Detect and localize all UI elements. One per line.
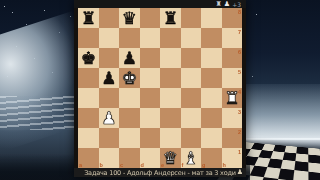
- square-h4[interactable]: 4♜: [222, 88, 243, 108]
- square-d1[interactable]: d: [140, 148, 161, 168]
- square-g5[interactable]: [201, 68, 222, 88]
- captured-rook-icon: ♜: [216, 1, 222, 8]
- wave-right: [242, 84, 320, 140]
- rank-label-8: 8: [238, 9, 241, 15]
- caption-bar: Задача 100 - Адольф Андерсен - мат за 3 …: [74, 168, 246, 177]
- black-rook[interactable]: ♜: [160, 8, 181, 28]
- square-d8[interactable]: [140, 8, 161, 28]
- square-a8[interactable]: ♜: [78, 8, 99, 28]
- square-d3[interactable]: [140, 108, 161, 128]
- square-e8[interactable]: ♜: [160, 8, 181, 28]
- square-a3[interactable]: [78, 108, 99, 128]
- rank-label-2: 2: [238, 129, 241, 135]
- black-rook[interactable]: ♜: [78, 8, 99, 28]
- square-e1[interactable]: e♛: [160, 148, 181, 168]
- square-e5[interactable]: [160, 68, 181, 88]
- square-d4[interactable]: [140, 88, 161, 108]
- square-f3[interactable]: [181, 108, 202, 128]
- stars: [4, 6, 5, 7]
- square-h3[interactable]: 3: [222, 108, 243, 128]
- chess-board: ♜♛♜87♚♟6♟♚54♜♟32abcde♛f♝g1h: [78, 8, 242, 168]
- material-bar: ♜ ♟ +3: [74, 0, 246, 8]
- square-c6[interactable]: ♟: [119, 48, 140, 68]
- square-g1[interactable]: g: [201, 148, 222, 168]
- square-b1[interactable]: b: [99, 148, 120, 168]
- square-h5[interactable]: 5: [222, 68, 243, 88]
- caption-pawn-icon: ♟: [237, 168, 243, 177]
- square-d2[interactable]: [140, 128, 161, 148]
- square-a5[interactable]: [78, 68, 99, 88]
- square-h8[interactable]: 8: [222, 8, 243, 28]
- white-rook[interactable]: ♜: [222, 88, 243, 108]
- material-advantage: +3: [232, 1, 241, 8]
- square-h1[interactable]: 1h: [222, 148, 243, 168]
- rank-label-5: 5: [238, 69, 241, 75]
- square-b4[interactable]: [99, 88, 120, 108]
- white-queen[interactable]: ♛: [160, 148, 181, 168]
- black-pawn[interactable]: ♟: [119, 48, 140, 68]
- square-f4[interactable]: [181, 88, 202, 108]
- square-g6[interactable]: [201, 48, 222, 68]
- rank-label-7: 7: [238, 29, 241, 35]
- square-g3[interactable]: [201, 108, 222, 128]
- square-b8[interactable]: [99, 8, 120, 28]
- square-e4[interactable]: [160, 88, 181, 108]
- square-f5[interactable]: [181, 68, 202, 88]
- square-d5[interactable]: [140, 68, 161, 88]
- square-a1[interactable]: a: [78, 148, 99, 168]
- rank-label-3: 3: [238, 109, 241, 115]
- square-b6[interactable]: [99, 48, 120, 68]
- square-c8[interactable]: ♛: [119, 8, 140, 28]
- foam-left: [0, 96, 80, 130]
- square-f6[interactable]: [181, 48, 202, 68]
- square-h6[interactable]: 6: [222, 48, 243, 68]
- black-pawn[interactable]: ♟: [99, 68, 120, 88]
- square-a2[interactable]: [78, 128, 99, 148]
- square-e2[interactable]: [160, 128, 181, 148]
- square-c5[interactable]: ♚: [119, 68, 140, 88]
- square-a7[interactable]: [78, 28, 99, 48]
- white-king[interactable]: ♚: [119, 68, 140, 88]
- square-e7[interactable]: [160, 28, 181, 48]
- square-g8[interactable]: [201, 8, 222, 28]
- white-pawn[interactable]: ♟: [99, 108, 120, 128]
- square-e6[interactable]: [160, 48, 181, 68]
- square-b5[interactable]: ♟: [99, 68, 120, 88]
- square-g7[interactable]: [201, 28, 222, 48]
- rank-label-1: 1: [238, 149, 241, 155]
- square-a6[interactable]: ♚: [78, 48, 99, 68]
- captured-pawn-icon: ♟: [224, 1, 230, 8]
- square-f8[interactable]: [181, 8, 202, 28]
- square-f2[interactable]: [181, 128, 202, 148]
- square-f1[interactable]: f♝: [181, 148, 202, 168]
- square-c3[interactable]: [119, 108, 140, 128]
- square-g4[interactable]: [201, 88, 222, 108]
- square-c2[interactable]: [119, 128, 140, 148]
- square-e3[interactable]: [160, 108, 181, 128]
- square-h7[interactable]: 7: [222, 28, 243, 48]
- rank-label-6: 6: [238, 49, 241, 55]
- square-c4[interactable]: [119, 88, 140, 108]
- puzzle-title: Задача 100 - Адольф Андерсен - мат за 3 …: [84, 169, 236, 177]
- chess-panel: ♜ ♟ +3 ♜♛♜87♚♟6♟♚54♜♟32abcde♛f♝g1h Задач…: [74, 0, 246, 177]
- square-c7[interactable]: [119, 28, 140, 48]
- square-d6[interactable]: [140, 48, 161, 68]
- square-b7[interactable]: [99, 28, 120, 48]
- square-h2[interactable]: 2: [222, 128, 243, 148]
- square-g2[interactable]: [201, 128, 222, 148]
- square-b2[interactable]: [99, 128, 120, 148]
- white-bishop[interactable]: ♝: [181, 148, 202, 168]
- black-king[interactable]: ♚: [78, 48, 99, 68]
- square-c1[interactable]: c: [119, 148, 140, 168]
- square-f7[interactable]: [181, 28, 202, 48]
- black-queen[interactable]: ♛: [119, 8, 140, 28]
- square-d7[interactable]: [140, 28, 161, 48]
- square-a4[interactable]: [78, 88, 99, 108]
- square-b3[interactable]: ♟: [99, 108, 120, 128]
